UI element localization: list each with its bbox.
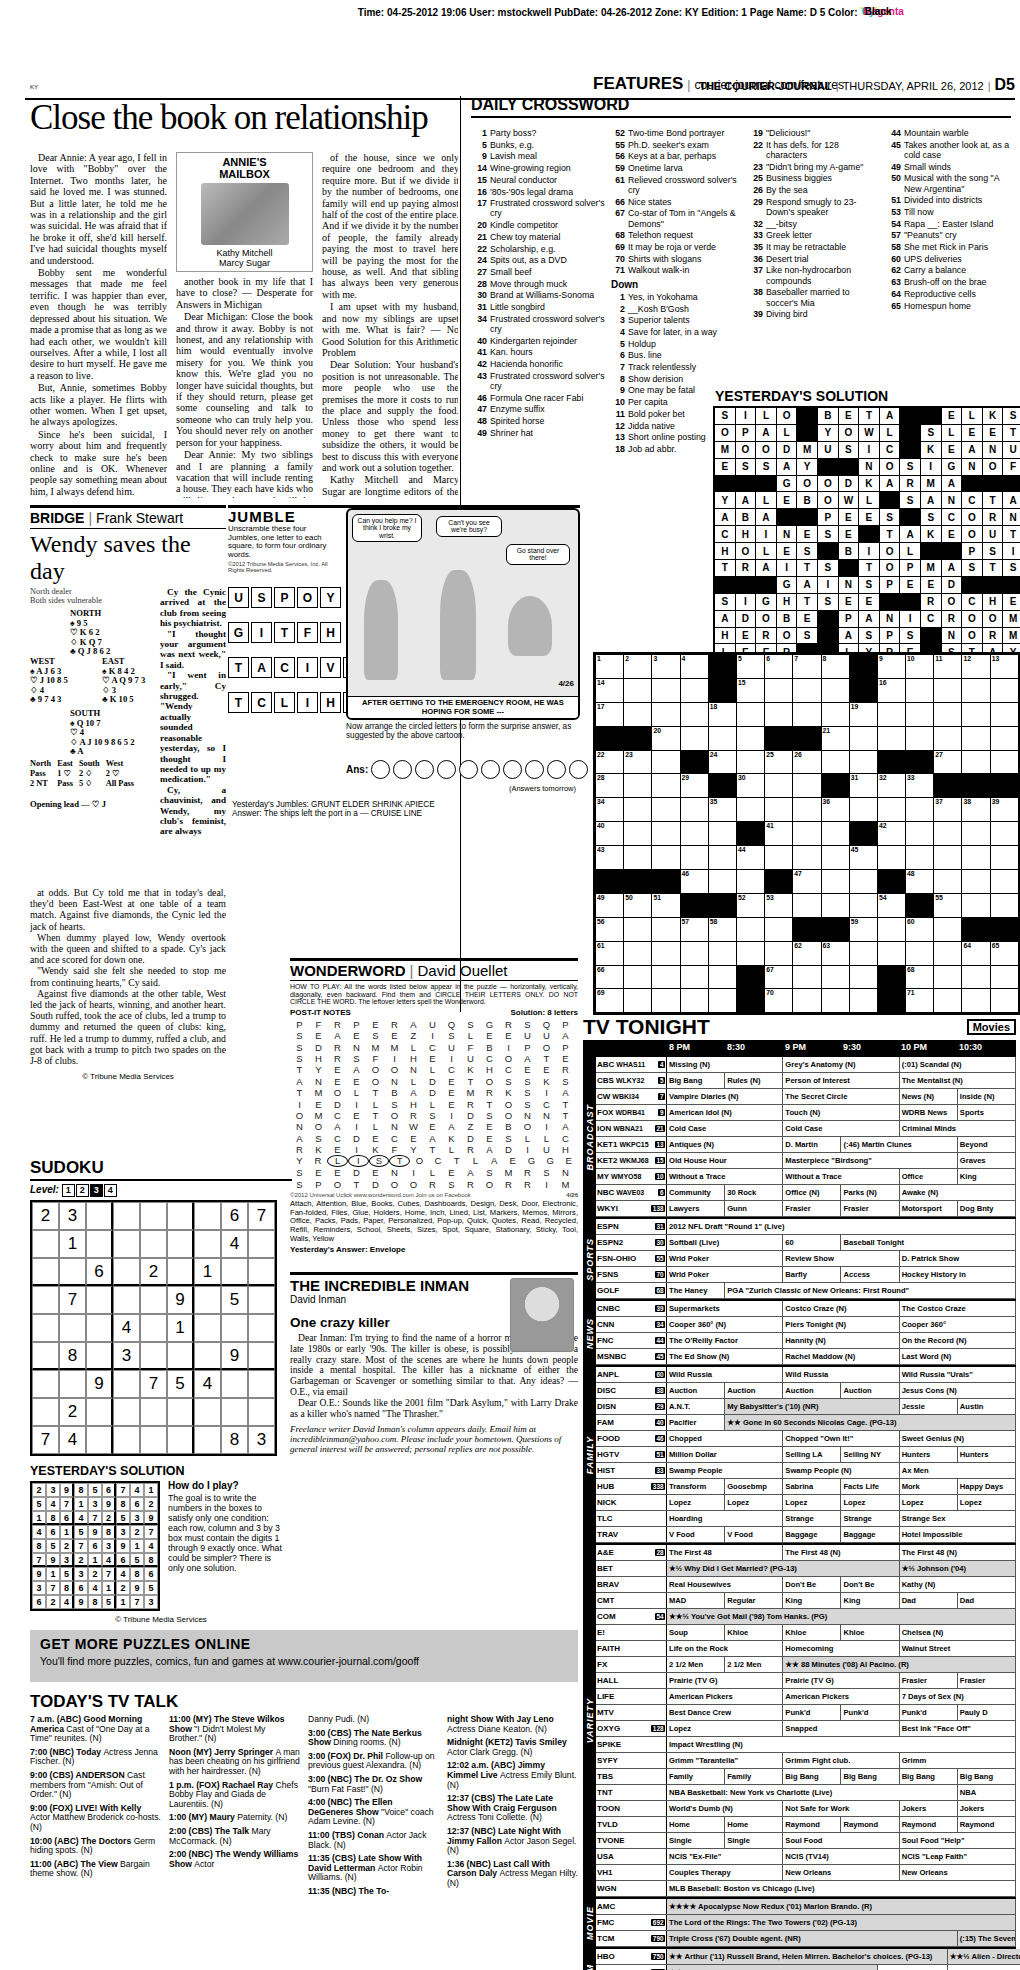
program-cell[interactable]: Pacifier bbox=[667, 1415, 725, 1430]
empty-cell[interactable] bbox=[624, 966, 651, 989]
sudoku-empty-cell[interactable] bbox=[167, 1230, 194, 1258]
answer-circle[interactable] bbox=[525, 760, 544, 779]
wordsearch-letter[interactable]: I bbox=[518, 1144, 537, 1155]
wordsearch-letter[interactable]: C bbox=[423, 1042, 442, 1053]
program-cell[interactable]: Grey's Anatomy (N) bbox=[783, 1057, 899, 1072]
empty-cell[interactable] bbox=[652, 942, 679, 965]
wordsearch-letter[interactable]: L bbox=[423, 1064, 442, 1075]
wordsearch-letter[interactable]: O bbox=[410, 1155, 429, 1166]
empty-cell[interactable] bbox=[878, 846, 905, 869]
empty-cell[interactable] bbox=[793, 989, 820, 1012]
wordsearch-letter[interactable]: L bbox=[404, 1042, 423, 1053]
program-cell[interactable]: ★★ 88 Minutes ('08) Al Pacino. (R) bbox=[783, 1657, 1016, 1672]
empty-cell[interactable] bbox=[991, 966, 1018, 989]
wordsearch-letter[interactable]: G bbox=[541, 1155, 560, 1166]
program-cell[interactable]: Ax Men bbox=[900, 1463, 1016, 1478]
program-cell[interactable]: Baggage bbox=[841, 1527, 899, 1542]
program-cell[interactable]: Kathy (N) bbox=[900, 1577, 1016, 1592]
wordsearch-letter[interactable]: E bbox=[480, 1030, 499, 1041]
wordsearch-letter[interactable]: E bbox=[366, 1133, 385, 1144]
empty-cell[interactable]: 42 bbox=[878, 822, 905, 845]
wordsearch-letter[interactable]: A bbox=[423, 1133, 442, 1144]
empty-cell[interactable] bbox=[624, 989, 651, 1012]
program-cell[interactable]: 60 bbox=[783, 1235, 841, 1250]
wordsearch-letter[interactable]: Y bbox=[309, 1064, 328, 1075]
empty-cell[interactable] bbox=[991, 894, 1018, 917]
empty-cell[interactable] bbox=[934, 703, 961, 726]
program-cell[interactable]: Costco Craze (N) bbox=[783, 1301, 899, 1316]
program-cell[interactable]: Dad bbox=[900, 1593, 958, 1608]
program-cell[interactable]: Wild Russia bbox=[667, 1367, 783, 1382]
sudoku-empty-cell[interactable] bbox=[86, 1286, 113, 1314]
empty-cell[interactable] bbox=[681, 822, 708, 845]
empty-cell[interactable] bbox=[962, 727, 989, 750]
program-cell[interactable]: World's Dumb (N) bbox=[667, 1801, 783, 1816]
program-cell[interactable]: Khloe bbox=[725, 1625, 783, 1640]
wordsearch-letter[interactable]: O bbox=[499, 1053, 518, 1064]
empty-cell[interactable]: 34 bbox=[596, 798, 623, 821]
wordsearch-letter[interactable]: O bbox=[328, 1179, 347, 1190]
program-cell[interactable]: Access bbox=[841, 1267, 899, 1282]
empty-cell[interactable] bbox=[934, 870, 961, 893]
program-cell[interactable]: Motorsport bbox=[900, 1201, 958, 1216]
program-cell[interactable]: ★½ Why Did I Get Married? (PG-13) bbox=[667, 1561, 900, 1576]
jumble-letter-tile[interactable]: C bbox=[251, 692, 272, 713]
wordsearch-letter[interactable]: S bbox=[309, 1133, 328, 1144]
program-cell[interactable]: Touch (N) bbox=[783, 1105, 899, 1120]
empty-cell[interactable]: 59 bbox=[850, 918, 877, 941]
wordsearch-letter[interactable]: L bbox=[423, 1099, 442, 1110]
program-cell[interactable]: The Costco Craze bbox=[900, 1301, 1016, 1316]
program-cell[interactable]: King bbox=[841, 1593, 899, 1608]
empty-cell[interactable] bbox=[681, 966, 708, 989]
empty-cell[interactable] bbox=[850, 966, 877, 989]
program-cell[interactable]: Mork bbox=[900, 1479, 958, 1494]
empty-cell[interactable]: 56 bbox=[596, 918, 623, 941]
wordsearch-letter[interactable]: S bbox=[369, 1155, 390, 1167]
wordsearch-letter[interactable]: C bbox=[480, 1053, 499, 1064]
program-cell[interactable]: Home bbox=[667, 1817, 725, 1832]
program-cell[interactable]: American Idol (N) bbox=[667, 1105, 783, 1120]
wordsearch-letter[interactable]: C bbox=[442, 1064, 461, 1075]
empty-cell[interactable]: 9 bbox=[878, 655, 905, 678]
empty-cell[interactable] bbox=[652, 989, 679, 1012]
program-cell[interactable]: Khloe bbox=[783, 1625, 841, 1640]
empty-cell[interactable] bbox=[850, 989, 877, 1012]
empty-cell[interactable]: 45 bbox=[850, 846, 877, 869]
empty-cell[interactable] bbox=[850, 751, 877, 774]
program-cell[interactable]: Cooper 360° (N) bbox=[667, 1317, 783, 1332]
empty-cell[interactable] bbox=[793, 966, 820, 989]
wordsearch-letter[interactable]: I bbox=[537, 1179, 556, 1190]
sudoku-empty-cell[interactable] bbox=[167, 1398, 194, 1426]
wordsearch-letter[interactable]: A bbox=[480, 1144, 499, 1155]
wordsearch-letter[interactable]: Q bbox=[537, 1019, 556, 1030]
wordsearch-letter[interactable]: Y bbox=[290, 1155, 309, 1166]
empty-cell[interactable] bbox=[962, 822, 989, 845]
empty-cell[interactable]: 62 bbox=[793, 942, 820, 965]
empty-cell[interactable] bbox=[737, 918, 764, 941]
wordsearch-letter[interactable]: O bbox=[499, 1099, 518, 1110]
sudoku-empty-cell[interactable] bbox=[32, 1398, 59, 1426]
program-cell[interactable]: Without a Trace bbox=[783, 1169, 899, 1184]
empty-cell[interactable] bbox=[793, 822, 820, 845]
empty-cell[interactable] bbox=[765, 679, 792, 702]
wordsearch-letter[interactable]: I bbox=[347, 1144, 366, 1155]
program-cell[interactable]: Lopez bbox=[725, 1495, 783, 1510]
wordsearch-letter[interactable]: A bbox=[442, 1121, 461, 1132]
program-cell[interactable]: Jokers bbox=[958, 1801, 1016, 1816]
sudoku-empty-cell[interactable] bbox=[140, 1426, 167, 1454]
sudoku-empty-cell[interactable] bbox=[32, 1370, 59, 1398]
empty-cell[interactable]: 52 bbox=[737, 894, 764, 917]
wordsearch-letter[interactable]: A bbox=[290, 1133, 309, 1144]
empty-cell[interactable]: 3 bbox=[652, 655, 679, 678]
empty-cell[interactable]: 46 bbox=[681, 870, 708, 893]
wordsearch-letter[interactable]: E bbox=[480, 1133, 499, 1144]
wordsearch-letter[interactable]: R bbox=[518, 1167, 537, 1178]
program-cell[interactable]: V Food bbox=[725, 1527, 783, 1542]
program-cell[interactable]: Hockey History in bbox=[900, 1267, 1016, 1282]
wordsearch-letter[interactable]: L bbox=[466, 1155, 485, 1166]
empty-cell[interactable] bbox=[934, 989, 961, 1012]
wordsearch-letter[interactable]: E bbox=[537, 1064, 556, 1075]
jumble-letter-tile[interactable]: P bbox=[274, 587, 295, 608]
wordsearch-letter[interactable]: Q bbox=[442, 1019, 461, 1030]
wordsearch-letter[interactable]: M bbox=[309, 1110, 328, 1121]
sudoku-empty-cell[interactable] bbox=[194, 1426, 221, 1454]
program-cell[interactable]: Wild Russia bbox=[783, 1367, 899, 1382]
wordsearch-letter[interactable]: O bbox=[366, 1076, 385, 1087]
sudoku-empty-cell[interactable] bbox=[248, 1370, 275, 1398]
program-cell[interactable]: My Babysitter's ('10) (NR) bbox=[725, 1399, 900, 1414]
sudoku-empty-cell[interactable] bbox=[113, 1286, 140, 1314]
empty-cell[interactable]: 27 bbox=[934, 751, 961, 774]
wordsearch-letter[interactable]: A bbox=[404, 1087, 423, 1098]
empty-cell[interactable] bbox=[793, 846, 820, 869]
wordsearch-letter[interactable]: U bbox=[423, 1019, 442, 1030]
program-cell[interactable]: Real Housewives bbox=[667, 1577, 783, 1592]
empty-cell[interactable]: 22 bbox=[596, 751, 623, 774]
empty-cell[interactable]: 47 bbox=[793, 870, 820, 893]
empty-cell[interactable]: 35 bbox=[709, 798, 736, 821]
wordsearch-letter[interactable]: U bbox=[518, 1030, 537, 1041]
wordsearch-letter[interactable]: E bbox=[366, 1019, 385, 1030]
wordsearch-letter[interactable]: R bbox=[328, 1042, 347, 1053]
wordsearch-letter[interactable]: Z bbox=[461, 1121, 480, 1132]
answer-circle[interactable] bbox=[437, 760, 456, 779]
wordsearch-letter[interactable]: N bbox=[290, 1121, 309, 1132]
program-cell[interactable]: Family bbox=[725, 1769, 783, 1784]
empty-cell[interactable] bbox=[624, 679, 651, 702]
wordsearch-letter[interactable]: E bbox=[328, 1144, 347, 1155]
crossword-blank-grid[interactable]: 1234567891011121314151617181920212223242… bbox=[593, 652, 1020, 1015]
answer-circle[interactable] bbox=[459, 760, 478, 779]
sudoku-empty-cell[interactable] bbox=[32, 1314, 59, 1342]
program-cell[interactable]: Soup bbox=[667, 1625, 725, 1640]
sudoku-level-1[interactable]: 1 bbox=[62, 1184, 75, 1197]
wordsearch-letter[interactable]: M bbox=[556, 1179, 575, 1190]
empty-cell[interactable]: 51 bbox=[652, 894, 679, 917]
empty-cell[interactable] bbox=[737, 703, 764, 726]
sudoku-empty-cell[interactable] bbox=[167, 1426, 194, 1454]
empty-cell[interactable] bbox=[652, 703, 679, 726]
wordsearch-letter[interactable]: D bbox=[461, 1133, 480, 1144]
wordsearch-letter[interactable]: S bbox=[423, 1110, 442, 1121]
wordsearch-letter[interactable]: O bbox=[385, 1179, 404, 1190]
wordsearch-letter[interactable]: H bbox=[480, 1064, 499, 1075]
program-cell[interactable]: American Pickers bbox=[783, 1689, 899, 1704]
wordsearch-letter[interactable]: R bbox=[499, 1179, 518, 1190]
wordsearch-letter[interactable]: A bbox=[328, 1121, 347, 1132]
empty-cell[interactable] bbox=[906, 703, 933, 726]
sudoku-empty-cell[interactable] bbox=[221, 1370, 248, 1398]
program-cell[interactable]: Soul Food "Help" bbox=[900, 1833, 1016, 1848]
empty-cell[interactable] bbox=[850, 942, 877, 965]
program-cell[interactable]: The Secret Circle bbox=[783, 1089, 899, 1104]
sudoku-empty-cell[interactable] bbox=[167, 1258, 194, 1286]
empty-cell[interactable]: 70 bbox=[765, 989, 792, 1012]
program-cell[interactable]: Big Bang bbox=[841, 1769, 899, 1784]
wordsearch-letter[interactable]: E bbox=[328, 1167, 347, 1178]
wordsearch-letter[interactable]: T bbox=[556, 1099, 575, 1110]
program-cell[interactable]: Strange bbox=[783, 1511, 841, 1526]
wordsearch-letter[interactable]: T bbox=[537, 1053, 556, 1064]
program-cell[interactable]: King bbox=[958, 1169, 1016, 1184]
wordsearch-letter[interactable]: T bbox=[447, 1155, 466, 1166]
wordsearch-letter[interactable]: E bbox=[503, 1155, 522, 1166]
wordsearch-letter[interactable]: S bbox=[290, 1030, 309, 1041]
wordsearch-letter[interactable]: S bbox=[461, 1019, 480, 1030]
program-cell[interactable]: Auction bbox=[841, 1383, 899, 1398]
program-cell[interactable]: Facts Life bbox=[841, 1479, 899, 1494]
empty-cell[interactable]: 25 bbox=[765, 751, 792, 774]
empty-cell[interactable] bbox=[681, 727, 708, 750]
program-cell[interactable]: Rules (N) bbox=[725, 1073, 783, 1088]
program-cell[interactable]: Big Bang bbox=[667, 1073, 725, 1088]
wordsearch-letter[interactable]: U bbox=[442, 1042, 461, 1053]
wordsearch-letter[interactable]: S bbox=[480, 1110, 499, 1121]
empty-cell[interactable] bbox=[850, 870, 877, 893]
empty-cell[interactable]: 16 bbox=[878, 679, 905, 702]
program-cell[interactable]: Person of Interest bbox=[783, 1073, 899, 1088]
wordsearch-letter[interactable]: B bbox=[385, 1087, 404, 1098]
wordsearch-letter[interactable]: S bbox=[537, 1167, 556, 1178]
program-cell[interactable]: ★★ Gone in 60 Seconds Nicolas Cage. (PG-… bbox=[725, 1415, 1016, 1430]
program-cell[interactable]: Lopez bbox=[900, 1495, 958, 1510]
sudoku-empty-cell[interactable] bbox=[194, 1286, 221, 1314]
program-cell[interactable]: Chopped "Own It!" bbox=[783, 1431, 899, 1446]
sudoku-empty-cell[interactable] bbox=[140, 1202, 167, 1230]
wordsearch-letter[interactable]: H bbox=[404, 1099, 423, 1110]
wordsearch-letter[interactable]: I bbox=[348, 1155, 369, 1167]
empty-cell[interactable] bbox=[822, 751, 849, 774]
wordsearch-letter[interactable]: A bbox=[347, 1064, 366, 1075]
wordsearch-letter[interactable]: Y bbox=[404, 1144, 423, 1155]
program-cell[interactable]: Jokers bbox=[900, 1801, 958, 1816]
sudoku-empty-cell[interactable] bbox=[113, 1370, 140, 1398]
wordsearch-letter[interactable]: I bbox=[290, 1099, 309, 1110]
program-cell[interactable]: Community bbox=[667, 1185, 725, 1200]
program-cell[interactable]: Raymond bbox=[783, 1817, 841, 1832]
program-cell[interactable]: Auction bbox=[667, 1383, 725, 1398]
wordsearch-letter[interactable]: P bbox=[556, 1042, 575, 1053]
program-cell[interactable]: Jessie bbox=[900, 1399, 958, 1414]
wordsearch-letter[interactable]: D bbox=[461, 1110, 480, 1121]
jumble-letter-tile[interactable]: U bbox=[228, 587, 249, 608]
sudoku-empty-cell[interactable] bbox=[194, 1230, 221, 1258]
wordsearch-letter[interactable]: E bbox=[499, 1030, 518, 1041]
empty-cell[interactable] bbox=[652, 751, 679, 774]
jumble-letter-tile[interactable]: T bbox=[274, 622, 295, 643]
program-cell[interactable]: Happy Days bbox=[958, 1479, 1016, 1494]
wordsearch-letter[interactable]: O bbox=[537, 1042, 556, 1053]
empty-cell[interactable] bbox=[652, 798, 679, 821]
wordsearch-letter[interactable]: S bbox=[442, 1179, 461, 1190]
program-cell[interactable]: Swamp People (N) bbox=[783, 1463, 899, 1478]
program-cell[interactable]: Raymond bbox=[958, 1817, 1016, 1832]
wordsearch-letter[interactable]: O bbox=[480, 1179, 499, 1190]
empty-cell[interactable] bbox=[991, 679, 1018, 702]
wordsearch-letter[interactable]: E bbox=[423, 1121, 442, 1132]
sudoku-empty-cell[interactable] bbox=[59, 1370, 86, 1398]
program-cell[interactable]: New Orleans bbox=[783, 1865, 899, 1880]
empty-cell[interactable] bbox=[878, 918, 905, 941]
empty-cell[interactable]: 66 bbox=[596, 966, 623, 989]
wordsearch-letter[interactable]: E bbox=[559, 1155, 578, 1166]
sudoku-grid[interactable]: 23671462179541839975427483 bbox=[30, 1200, 277, 1456]
program-cell[interactable]: On the Record (N) bbox=[900, 1333, 1016, 1348]
program-cell[interactable]: Hunters bbox=[958, 1447, 1016, 1462]
jumble-letter-tile[interactable]: H bbox=[320, 692, 341, 713]
wordsearch-letter[interactable]: H bbox=[309, 1053, 328, 1064]
wordsearch-letter[interactable]: T bbox=[389, 1155, 410, 1167]
program-cell[interactable]: Don't Be bbox=[841, 1577, 899, 1592]
program-cell[interactable]: Frasier bbox=[841, 1201, 899, 1216]
empty-cell[interactable]: 15 bbox=[737, 679, 764, 702]
program-cell[interactable]: Chelsea (N) bbox=[900, 1625, 1016, 1640]
program-cell[interactable]: Cooper 360° bbox=[900, 1317, 1016, 1332]
empty-cell[interactable] bbox=[624, 942, 651, 965]
program-cell[interactable]: Inside (N) bbox=[958, 1089, 1016, 1104]
empty-cell[interactable]: 50 bbox=[624, 894, 651, 917]
empty-cell[interactable]: 17 bbox=[596, 703, 623, 726]
sudoku-empty-cell[interactable] bbox=[113, 1426, 140, 1454]
sudoku-empty-cell[interactable] bbox=[32, 1230, 59, 1258]
wordsearch-letter[interactable]: A bbox=[556, 1121, 575, 1132]
empty-cell[interactable] bbox=[822, 679, 849, 702]
sudoku-level-2[interactable]: 2 bbox=[76, 1184, 89, 1197]
sudoku-level-4[interactable]: 4 bbox=[104, 1184, 117, 1197]
program-cell[interactable]: Auction bbox=[725, 1383, 783, 1398]
jumble-letter-tile[interactable]: I bbox=[297, 657, 318, 678]
program-cell[interactable]: Couples Therapy bbox=[667, 1865, 783, 1880]
empty-cell[interactable] bbox=[822, 703, 849, 726]
program-cell[interactable]: Hunters bbox=[900, 1447, 958, 1462]
empty-cell[interactable]: 6 bbox=[765, 655, 792, 678]
wordsearch-letter[interactable]: L bbox=[461, 1030, 480, 1041]
empty-cell[interactable]: 48 bbox=[906, 870, 933, 893]
wordsearch-letter[interactable]: K bbox=[309, 1144, 328, 1155]
empty-cell[interactable] bbox=[624, 846, 651, 869]
empty-cell[interactable] bbox=[822, 846, 849, 869]
wordsearch-letter[interactable]: U bbox=[537, 1144, 556, 1155]
program-cell[interactable]: Baggage bbox=[783, 1527, 841, 1542]
empty-cell[interactable]: 19 bbox=[850, 703, 877, 726]
program-cell[interactable]: The O'Reilly Factor bbox=[667, 1333, 783, 1348]
program-cell[interactable]: Hannity (N) bbox=[783, 1333, 899, 1348]
empty-cell[interactable] bbox=[878, 942, 905, 965]
program-cell[interactable]: Khloe bbox=[841, 1625, 899, 1640]
program-cell[interactable]: NBA bbox=[958, 1785, 1016, 1800]
empty-cell[interactable] bbox=[934, 727, 961, 750]
wordsearch-letter[interactable]: O bbox=[385, 1064, 404, 1075]
wordsearch-letter[interactable]: U bbox=[537, 1030, 556, 1041]
program-cell[interactable]: Grimm bbox=[900, 1753, 1016, 1768]
wordsearch-letter[interactable]: E bbox=[347, 1110, 366, 1121]
empty-cell[interactable]: 10 bbox=[906, 655, 933, 678]
empty-cell[interactable] bbox=[934, 822, 961, 845]
empty-cell[interactable] bbox=[962, 751, 989, 774]
wordsearch-letter[interactable]: I bbox=[423, 1030, 442, 1041]
wordsearch-letter[interactable]: N bbox=[385, 1167, 404, 1178]
sudoku-empty-cell[interactable] bbox=[221, 1258, 248, 1286]
wordsearch-letter[interactable]: D bbox=[309, 1042, 328, 1053]
program-cell[interactable]: Prairie (TV G) bbox=[667, 1673, 783, 1688]
answer-circle[interactable] bbox=[415, 760, 434, 779]
program-cell[interactable]: American Pickers bbox=[667, 1689, 783, 1704]
program-cell[interactable]: Office bbox=[900, 1169, 958, 1184]
sudoku-empty-cell[interactable] bbox=[167, 1202, 194, 1230]
program-cell[interactable]: Without a Trace bbox=[667, 1169, 783, 1184]
program-cell[interactable]: Hoarding bbox=[667, 1511, 783, 1526]
wordsearch-letter[interactable]: L bbox=[518, 1133, 537, 1144]
empty-cell[interactable]: 7 bbox=[793, 655, 820, 678]
wordsearch-letter[interactable]: R bbox=[461, 1144, 480, 1155]
program-cell[interactable]: Hotel Impossible bbox=[900, 1527, 1016, 1542]
empty-cell[interactable] bbox=[934, 942, 961, 965]
wordsearch-letter[interactable]: K bbox=[537, 1076, 556, 1087]
empty-cell[interactable] bbox=[765, 703, 792, 726]
wordsearch-letter[interactable]: I bbox=[537, 1121, 556, 1132]
empty-cell[interactable]: 18 bbox=[709, 703, 736, 726]
program-cell[interactable]: Big Bang bbox=[783, 1769, 841, 1784]
empty-cell[interactable] bbox=[793, 703, 820, 726]
empty-cell[interactable] bbox=[991, 870, 1018, 893]
program-cell[interactable]: ★½ Johnson ('04) bbox=[900, 1561, 1016, 1576]
wordsearch-letter[interactable]: P bbox=[556, 1019, 575, 1030]
wordsearch-letter[interactable]: E bbox=[328, 1064, 347, 1075]
wordsearch-letter[interactable]: T bbox=[556, 1110, 575, 1121]
wordsearch-letter[interactable]: Z bbox=[404, 1030, 423, 1041]
program-cell[interactable]: Vampire Diaries (N) bbox=[667, 1089, 783, 1104]
empty-cell[interactable]: 58 bbox=[709, 918, 736, 941]
program-cell[interactable]: Lopez bbox=[958, 1495, 1016, 1510]
empty-cell[interactable]: 4 bbox=[681, 655, 708, 678]
wordsearch-letter[interactable]: G bbox=[480, 1019, 499, 1030]
empty-cell[interactable] bbox=[793, 774, 820, 797]
program-cell[interactable]: 30 Rock bbox=[725, 1185, 783, 1200]
sudoku-empty-cell[interactable] bbox=[248, 1398, 275, 1426]
empty-cell[interactable] bbox=[652, 774, 679, 797]
program-cell[interactable]: Jesus Cons (N) bbox=[900, 1383, 1016, 1398]
wordsearch-letter[interactable]: L bbox=[366, 1099, 385, 1110]
wordsearch-letter[interactable]: O bbox=[518, 1121, 537, 1132]
empty-cell[interactable]: 71 bbox=[906, 989, 933, 1012]
empty-cell[interactable]: 14 bbox=[596, 679, 623, 702]
empty-cell[interactable] bbox=[991, 751, 1018, 774]
wordsearch-letter[interactable]: E bbox=[328, 1076, 347, 1087]
